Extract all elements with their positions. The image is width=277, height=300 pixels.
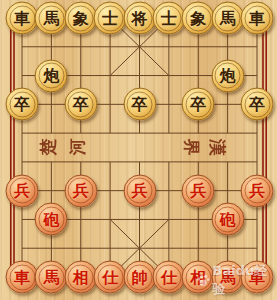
piece-black-advisor[interactable]: 士 xyxy=(152,2,185,35)
piece-character: 帥 xyxy=(132,269,148,285)
piece-black-soldier[interactable]: 卒 xyxy=(64,88,97,121)
piece-black-chariot[interactable]: 車 xyxy=(241,2,274,35)
piece-character: 卒 xyxy=(14,96,30,112)
piece-character: 馬 xyxy=(220,10,236,26)
piece-character: 卒 xyxy=(132,96,148,112)
piece-character: 卒 xyxy=(190,96,206,112)
piece-character: 兵 xyxy=(14,183,30,199)
piece-red-cannon[interactable]: 砲 xyxy=(211,203,244,236)
piece-character: 砲 xyxy=(220,211,236,227)
piece-character: 将 xyxy=(132,10,148,26)
piece-black-horse[interactable]: 馬 xyxy=(211,2,244,35)
piece-red-advisor[interactable]: 仕 xyxy=(152,261,185,294)
piece-character: 砲 xyxy=(43,211,59,227)
piece-red-soldier[interactable]: 兵 xyxy=(64,174,97,207)
piece-character: 炮 xyxy=(43,68,59,84)
piece-red-general[interactable]: 帥 xyxy=(123,261,156,294)
river-label-han: 漢 xyxy=(207,136,229,158)
piece-character: 相 xyxy=(73,269,89,285)
piece-black-cannon[interactable]: 炮 xyxy=(35,59,68,92)
piece-character: 兵 xyxy=(132,183,148,199)
piece-character: 車 xyxy=(249,10,265,26)
piece-character: 炮 xyxy=(220,68,236,84)
piece-character: 象 xyxy=(190,10,206,26)
piece-character: 兵 xyxy=(249,183,265,199)
piece-character: 卒 xyxy=(73,96,89,112)
piece-character: 仕 xyxy=(161,269,177,285)
river-label-he: 河 xyxy=(66,136,88,158)
piece-red-soldier[interactable]: 兵 xyxy=(182,174,215,207)
piece-black-advisor[interactable]: 士 xyxy=(94,2,127,35)
piece-black-elephant[interactable]: 象 xyxy=(182,2,215,35)
watermark: Baidu经验 xyxy=(196,262,277,298)
piece-black-soldier[interactable]: 卒 xyxy=(123,88,156,121)
watermark-text: Baidu经验 xyxy=(212,262,277,298)
piece-red-soldier[interactable]: 兵 xyxy=(123,174,156,207)
piece-character: 卒 xyxy=(249,96,265,112)
paw-icon xyxy=(196,273,210,288)
piece-red-cannon[interactable]: 砲 xyxy=(35,203,68,236)
piece-red-soldier[interactable]: 兵 xyxy=(241,174,274,207)
piece-character: 馬 xyxy=(43,10,59,26)
piece-black-soldier[interactable]: 卒 xyxy=(182,88,215,121)
piece-black-elephant[interactable]: 象 xyxy=(64,2,97,35)
piece-character: 象 xyxy=(73,10,89,26)
piece-character: 兵 xyxy=(73,183,89,199)
piece-character: 士 xyxy=(102,10,118,26)
piece-black-cannon[interactable]: 炮 xyxy=(211,59,244,92)
piece-red-advisor[interactable]: 仕 xyxy=(94,261,127,294)
piece-red-horse[interactable]: 馬 xyxy=(35,261,68,294)
piece-black-horse[interactable]: 馬 xyxy=(35,2,68,35)
piece-black-general[interactable]: 将 xyxy=(123,2,156,35)
piece-black-soldier[interactable]: 卒 xyxy=(6,88,39,121)
piece-character: 仕 xyxy=(102,269,118,285)
piece-red-chariot[interactable]: 車 xyxy=(6,261,39,294)
piece-character: 士 xyxy=(161,10,177,26)
piece-red-elephant[interactable]: 相 xyxy=(64,261,97,294)
piece-character: 馬 xyxy=(43,269,59,285)
river-label-jie: 界 xyxy=(181,136,203,158)
piece-character: 車 xyxy=(14,10,30,26)
piece-black-soldier[interactable]: 卒 xyxy=(241,88,274,121)
xiangqi-board: 楚 河 界 漢 車馬象士将士象馬車炮炮卒卒卒卒卒兵兵兵兵兵砲砲車馬相仕帥仕相馬車… xyxy=(0,0,277,300)
piece-character: 兵 xyxy=(190,183,206,199)
piece-character: 車 xyxy=(14,269,30,285)
piece-black-chariot[interactable]: 車 xyxy=(6,2,39,35)
river-label-chu: 楚 xyxy=(37,136,59,158)
piece-red-soldier[interactable]: 兵 xyxy=(6,174,39,207)
